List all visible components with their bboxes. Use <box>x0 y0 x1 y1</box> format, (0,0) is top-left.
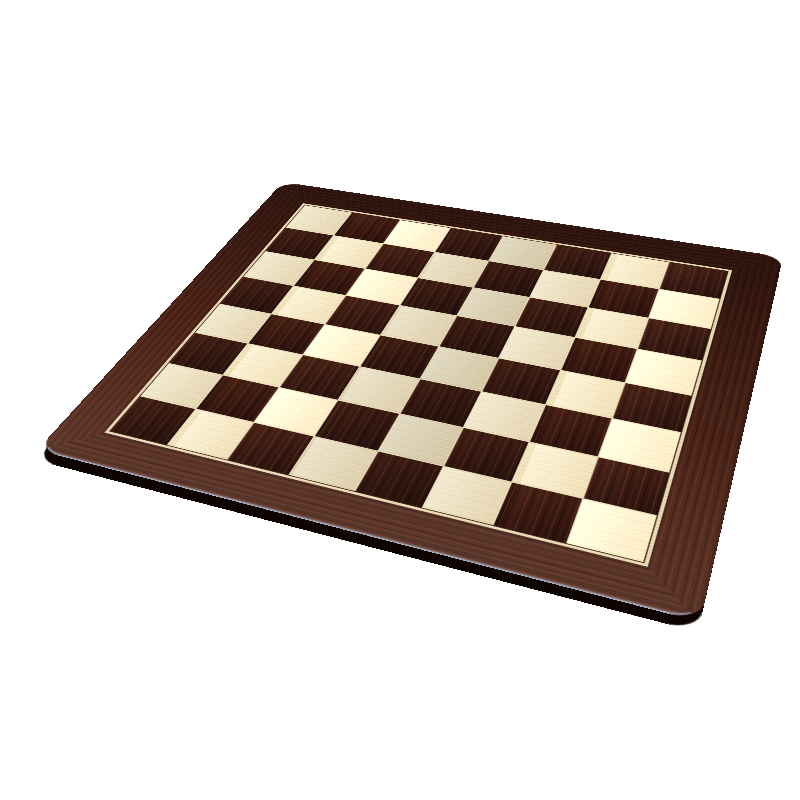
maple-border-line <box>104 203 732 567</box>
board-grid <box>110 205 727 562</box>
product-photo-background: Empty wooden flat chessboard with rosewo… <box>0 0 800 800</box>
